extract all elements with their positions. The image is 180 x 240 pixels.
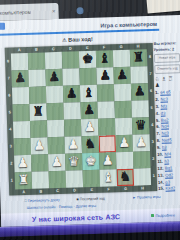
- move-number: 6.: [156, 124, 160, 129]
- square-h3[interactable]: ♟: [132, 134, 150, 152]
- square-c8[interactable]: [45, 52, 63, 70]
- rules-icon: ►: [132, 196, 136, 200]
- square-g5[interactable]: [114, 101, 132, 119]
- black-bishop[interactable]: ♝: [96, 50, 114, 68]
- move-number: 7.: [156, 131, 160, 136]
- square-h7[interactable]: [130, 66, 148, 84]
- square-c4[interactable]: [47, 120, 65, 138]
- move-number: 9.: [157, 145, 161, 150]
- square-d6[interactable]: ♟: [63, 85, 81, 103]
- move-text[interactable]: Nc3: [161, 131, 169, 136]
- file-label: C: [49, 188, 66, 195]
- board-grid: ♚♝♜♟♟♟♟♟♝♟♜♟♟♛♟♟♞♟♟♟♟♛♚♟♜♝♞: [11, 49, 151, 189]
- square-f7[interactable]: ♟: [96, 67, 114, 85]
- square-c3[interactable]: [48, 137, 66, 155]
- black-pawn[interactable]: ♟: [96, 67, 114, 85]
- square-g1[interactable]: ♞: [117, 169, 135, 187]
- tab-title: компьютером: [0, 9, 31, 16]
- move-number: 1.: [155, 90, 159, 95]
- square-b4[interactable]: [30, 120, 48, 138]
- move-text[interactable]: Nc3: [160, 96, 168, 101]
- square-g3[interactable]: ♟: [115, 135, 133, 153]
- white-rook[interactable]: ♜: [15, 172, 33, 190]
- black-pawn[interactable]: ♟: [11, 70, 29, 88]
- status-text: Ваш ход!: [68, 36, 93, 43]
- chess-board: ABCDEFGH ABCDEFGH 87654321 87654321 ♚♝♜♟…: [5, 43, 158, 196]
- warning-icon: ⚠: [62, 37, 67, 43]
- rank-label: 5: [148, 100, 155, 117]
- square-c5[interactable]: [46, 103, 64, 121]
- black-rook[interactable]: ♜: [29, 103, 47, 121]
- file-label: A: [15, 189, 32, 196]
- white-pawn[interactable]: ♟: [14, 155, 32, 173]
- square-b2[interactable]: [31, 154, 49, 172]
- tab-close-icon[interactable]: ×: [52, 8, 56, 14]
- white-pawn[interactable]: ♟: [132, 134, 150, 152]
- white-pawn[interactable]: ♟: [81, 119, 99, 137]
- square-g7[interactable]: ♟: [113, 67, 131, 85]
- rank-label: 1: [151, 168, 158, 185]
- legend-label: Правила игры: [137, 195, 161, 200]
- white-king[interactable]: ♚: [82, 153, 100, 171]
- square-c2[interactable]: ♟: [48, 154, 66, 172]
- square-f8[interactable]: ♝: [96, 50, 114, 68]
- move-number: 2.: [155, 97, 159, 102]
- move-number: 15.: [158, 186, 164, 191]
- black-pawn[interactable]: ♟: [45, 69, 63, 87]
- square-f3[interactable]: [98, 135, 116, 153]
- legend-last-move: ■ Последний ход: [76, 197, 105, 202]
- move-text[interactable]: d3: [161, 110, 166, 115]
- square-f6[interactable]: [97, 84, 115, 102]
- square-f5[interactable]: [97, 101, 115, 119]
- white-pawn[interactable]: ♟: [115, 135, 133, 153]
- square-h6[interactable]: ♟: [131, 83, 149, 101]
- square-d8[interactable]: [62, 51, 80, 69]
- game-side-panel: Вы играете: Уровень: 2 Новая игра Отмени…: [154, 41, 180, 88]
- square-b7[interactable]: [28, 69, 46, 87]
- white-pawn[interactable]: ♟: [48, 154, 66, 172]
- black-queen[interactable]: ♛: [132, 117, 150, 135]
- square-e1[interactable]: [83, 170, 101, 188]
- square-h5[interactable]: [131, 100, 149, 118]
- move-number: 11.: [157, 159, 163, 164]
- legend-rules[interactable]: ► Правила игры: [132, 195, 160, 200]
- title-divider: [0, 29, 159, 36]
- square-c7[interactable]: ♟: [45, 69, 63, 87]
- move-number: 13.: [158, 172, 164, 177]
- webpage: Игра с компьютером ⚠ Ваш ход! ABCDEFGH A…: [0, 15, 180, 227]
- back-button[interactable]: [0, 23, 5, 30]
- move-text[interactable]: Qd2: [165, 172, 173, 177]
- square-e3[interactable]: ♞: [82, 136, 100, 154]
- last-move-icon: ■: [76, 197, 78, 201]
- square-e4[interactable]: ♟: [81, 119, 99, 137]
- flip-board-icon: □: [24, 199, 26, 203]
- photo-of-screen: компьютером × Игра с компьютером ⚠ Ваш х…: [0, 0, 180, 240]
- move-number: 8.: [157, 138, 161, 143]
- square-g6[interactable]: [114, 84, 132, 102]
- square-a2[interactable]: ♟: [14, 155, 32, 173]
- white-queen[interactable]: ♛: [65, 153, 83, 171]
- ad-bullet-icon: [151, 214, 154, 217]
- square-d3[interactable]: ♟: [65, 136, 83, 154]
- square-f4[interactable]: [98, 118, 116, 136]
- move-text[interactable]: Bg1: [165, 165, 173, 170]
- move-text[interactable]: Nxd5: [162, 138, 172, 143]
- black-king[interactable]: ♚: [79, 51, 97, 69]
- black-bishop[interactable]: ♝: [80, 85, 98, 103]
- black-knight[interactable]: ♞: [117, 169, 135, 187]
- black-knight[interactable]: ♞: [82, 136, 100, 154]
- square-b3[interactable]: ♟: [31, 137, 49, 155]
- square-g2[interactable]: [116, 152, 134, 170]
- rank-label: 8: [147, 49, 154, 66]
- square-c1[interactable]: [49, 171, 67, 189]
- captured-black-pieces: ♟: [155, 81, 180, 88]
- square-h1[interactable]: [134, 168, 152, 186]
- file-label: F: [100, 186, 117, 193]
- square-e8[interactable]: ♚: [79, 51, 97, 69]
- square-e6[interactable]: ♝: [80, 85, 98, 103]
- move-text[interactable]: Be2: [161, 117, 169, 122]
- square-a1[interactable]: ♜: [15, 172, 33, 190]
- square-b8[interactable]: [28, 52, 46, 70]
- square-a8[interactable]: [11, 53, 29, 71]
- black-pawn[interactable]: ♟: [80, 102, 98, 120]
- square-g4[interactable]: [115, 118, 133, 136]
- move-text[interactable]: g3: [165, 179, 170, 184]
- move-number: 5.: [156, 117, 160, 122]
- ad-link-label: Подробнее: [155, 213, 175, 218]
- undo-move-button[interactable]: Отменить ход: [154, 64, 180, 74]
- square-a4[interactable]: [13, 121, 31, 139]
- move-status: ⚠ Ваш ход!: [35, 35, 119, 44]
- square-b1[interactable]: [32, 171, 50, 189]
- square-d2[interactable]: ♛: [65, 153, 83, 171]
- legend-label: Перевернуть доску: [28, 198, 60, 203]
- square-h8[interactable]: ♜: [130, 49, 148, 67]
- move-text[interactable]: Kxd2: [165, 186, 175, 191]
- legend-flip-board[interactable]: □ Перевернуть доску: [24, 198, 59, 203]
- footer-links[interactable]: Шахматы онлайн · Помощь · Другие игры: [27, 204, 97, 210]
- file-label: H: [134, 185, 151, 192]
- square-h4[interactable]: ♛: [132, 117, 150, 135]
- black-rook[interactable]: ♜: [130, 49, 148, 67]
- move-number: 4.: [156, 110, 160, 115]
- file-label: E: [83, 187, 100, 194]
- browser-tab[interactable]: компьютером ×: [0, 3, 59, 21]
- move-text[interactable]: e4 e5: [160, 89, 171, 94]
- laptop-screen: компьютером × Игра с компьютером ⚠ Ваш х…: [0, 0, 180, 240]
- square-d1[interactable]: [66, 170, 84, 188]
- black-pawn[interactable]: ♟: [113, 67, 131, 85]
- square-b6[interactable]: [29, 86, 47, 104]
- rank-label: 4: [149, 117, 156, 134]
- file-label: G: [117, 186, 134, 193]
- square-d4[interactable]: [64, 119, 82, 137]
- white-pawn[interactable]: ♟: [99, 152, 117, 170]
- page-title: Игра с компьютером: [100, 21, 157, 29]
- black-pawn[interactable]: ♟: [63, 85, 81, 103]
- file-label: B: [32, 188, 49, 195]
- white-pawn[interactable]: ♟: [31, 137, 49, 155]
- square-a6[interactable]: [12, 87, 30, 105]
- level-label: Уровень: 2: [154, 47, 180, 52]
- move-text[interactable]: Nf4: [164, 151, 171, 156]
- white-pawn[interactable]: ♟: [65, 136, 83, 154]
- square-f1[interactable]: ♝: [100, 169, 118, 187]
- square-d5[interactable]: [63, 102, 81, 120]
- file-label: D: [66, 187, 83, 194]
- browser-extension-icon[interactable]: [76, 7, 83, 14]
- square-g8[interactable]: [113, 50, 131, 68]
- legend-label: Последний ход: [80, 197, 105, 202]
- square-h2[interactable]: [133, 151, 151, 169]
- new-game-button[interactable]: Новая игра: [154, 53, 180, 63]
- move-text[interactable]: Nf3: [161, 103, 168, 108]
- square-e5[interactable]: ♟: [80, 102, 98, 120]
- move-number: 10.: [157, 152, 163, 157]
- square-e7[interactable]: [79, 68, 97, 86]
- square-c6[interactable]: [46, 86, 64, 104]
- white-bishop[interactable]: ♝: [100, 169, 118, 187]
- move-text[interactable]: h3: [164, 158, 169, 163]
- move-list: 1.e4 e52.Nc33.Nf34.d35.Be26.Nd47.Nc38.Nx…: [155, 88, 180, 192]
- move-number: 12.: [157, 165, 163, 170]
- move-text[interactable]: Nd4: [161, 124, 169, 129]
- move-number: 14.: [158, 179, 164, 184]
- move-entry[interactable]: 15.Kxd2: [158, 184, 180, 192]
- square-f2[interactable]: ♟: [99, 152, 117, 170]
- square-a7[interactable]: ♟: [11, 70, 29, 88]
- black-pawn[interactable]: ♟: [131, 83, 149, 101]
- playing-label: Вы играете:: [154, 41, 180, 46]
- move-text[interactable]: b3: [162, 145, 167, 150]
- rank-label: 6: [148, 83, 155, 100]
- square-b5[interactable]: ♜: [29, 103, 47, 121]
- ad-text: У нас широкая сеть АЗС: [1, 212, 151, 224]
- ad-link[interactable]: Подробнее: [151, 213, 175, 218]
- rank-label: 2: [150, 151, 157, 168]
- square-d7[interactable]: [62, 68, 80, 86]
- square-a5[interactable]: [12, 104, 30, 122]
- square-a3[interactable]: [14, 138, 32, 156]
- move-number: 3.: [156, 104, 160, 109]
- square-e2[interactable]: ♚: [82, 153, 100, 171]
- rank-label: 3: [149, 134, 156, 151]
- rank-label: 7: [147, 66, 154, 83]
